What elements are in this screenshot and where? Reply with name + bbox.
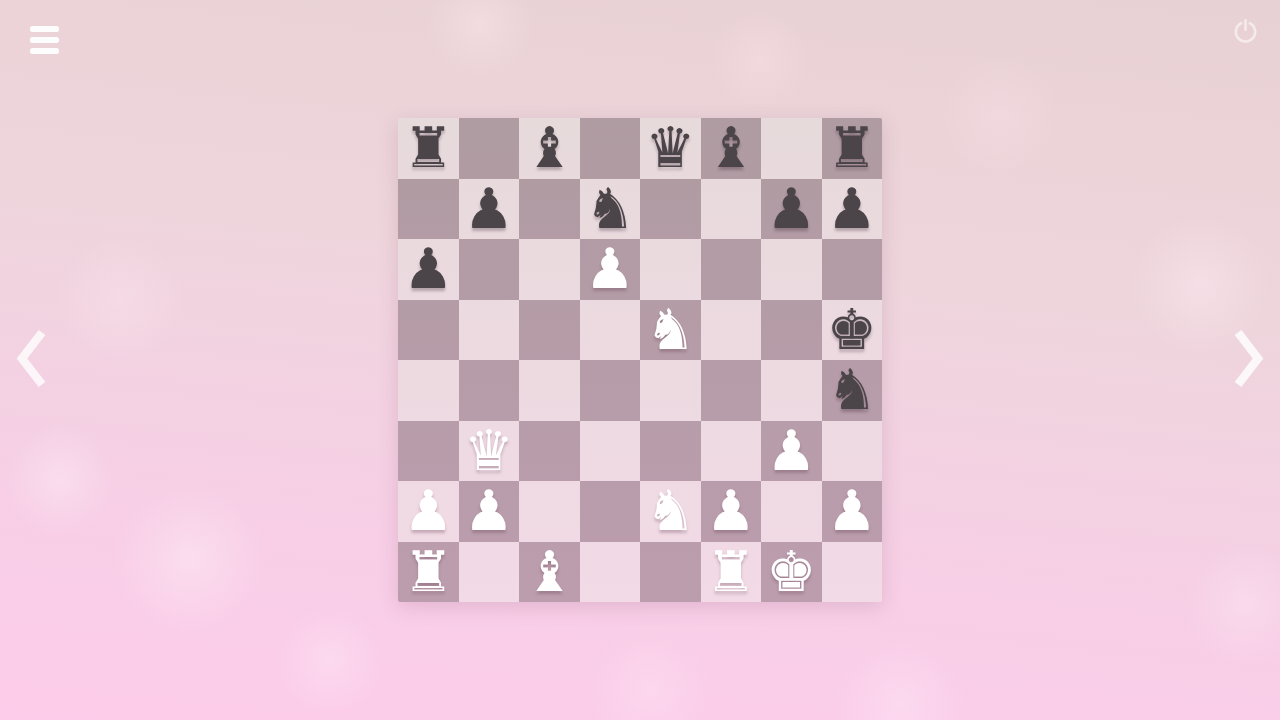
- hamburger-menu-icon: [30, 37, 59, 43]
- piece-white-pawn: ♟: [403, 483, 453, 539]
- piece-black-bishop: ♝: [706, 120, 756, 176]
- menu-button[interactable]: [30, 26, 59, 54]
- hamburger-menu-icon: [30, 26, 59, 32]
- square-c7[interactable]: [519, 179, 580, 240]
- piece-black-knight: ♞: [585, 181, 635, 237]
- chevron-right-icon: [1231, 328, 1267, 390]
- square-a7[interactable]: [398, 179, 459, 240]
- square-b1[interactable]: [459, 542, 520, 603]
- square-d6[interactable]: ♟: [580, 239, 641, 300]
- square-d5[interactable]: [580, 300, 641, 361]
- square-h7[interactable]: ♟: [822, 179, 883, 240]
- piece-black-rook: ♜: [827, 120, 877, 176]
- square-b4[interactable]: [459, 360, 520, 421]
- piece-white-pawn: ♟: [827, 483, 877, 539]
- square-a5[interactable]: [398, 300, 459, 361]
- square-d7[interactable]: ♞: [580, 179, 641, 240]
- square-b7[interactable]: ♟: [459, 179, 520, 240]
- chevron-left-icon: [13, 328, 49, 390]
- square-h6[interactable]: [822, 239, 883, 300]
- square-c3[interactable]: [519, 421, 580, 482]
- square-f7[interactable]: [701, 179, 762, 240]
- square-d2[interactable]: [580, 481, 641, 542]
- square-h5[interactable]: ♚: [822, 300, 883, 361]
- piece-black-queen: ♛: [645, 120, 695, 176]
- square-b6[interactable]: [459, 239, 520, 300]
- square-g3[interactable]: ♟: [761, 421, 822, 482]
- square-b5[interactable]: [459, 300, 520, 361]
- piece-white-pawn: ♟: [585, 241, 635, 297]
- square-c8[interactable]: ♝: [519, 118, 580, 179]
- square-f1[interactable]: ♜: [701, 542, 762, 603]
- piece-white-bishop: ♝: [524, 544, 574, 600]
- square-f4[interactable]: [701, 360, 762, 421]
- prev-puzzle-button[interactable]: [13, 328, 49, 393]
- piece-black-rook: ♜: [403, 120, 453, 176]
- square-h4[interactable]: ♞: [822, 360, 883, 421]
- square-h8[interactable]: ♜: [822, 118, 883, 179]
- square-a6[interactable]: ♟: [398, 239, 459, 300]
- piece-white-knight: ♞: [645, 302, 695, 358]
- square-c1[interactable]: ♝: [519, 542, 580, 603]
- square-g4[interactable]: [761, 360, 822, 421]
- square-c2[interactable]: [519, 481, 580, 542]
- piece-white-king: ♚: [766, 544, 816, 600]
- power-icon: [1232, 18, 1259, 45]
- square-d8[interactable]: [580, 118, 641, 179]
- hamburger-menu-icon: [30, 48, 59, 54]
- piece-black-pawn: ♟: [464, 181, 514, 237]
- square-e5[interactable]: ♞: [640, 300, 701, 361]
- square-g5[interactable]: [761, 300, 822, 361]
- square-b2[interactable]: ♟: [459, 481, 520, 542]
- piece-black-pawn: ♟: [766, 181, 816, 237]
- square-c6[interactable]: [519, 239, 580, 300]
- square-a4[interactable]: [398, 360, 459, 421]
- piece-white-pawn: ♟: [464, 483, 514, 539]
- piece-white-knight: ♞: [645, 483, 695, 539]
- chess-board: ♜♝♛♝♜♟♞♟♟♟♟♞♚♞♛♟♟♟♞♟♟♜♝♜♚: [398, 118, 882, 602]
- square-f5[interactable]: [701, 300, 762, 361]
- piece-white-queen: ♛: [464, 423, 514, 479]
- square-b3[interactable]: ♛: [459, 421, 520, 482]
- square-e8[interactable]: ♛: [640, 118, 701, 179]
- square-c4[interactable]: [519, 360, 580, 421]
- square-d3[interactable]: [580, 421, 641, 482]
- square-g6[interactable]: [761, 239, 822, 300]
- piece-white-rook: ♜: [706, 544, 756, 600]
- app-background: ♜♝♛♝♜♟♞♟♟♟♟♞♚♞♛♟♟♟♞♟♟♜♝♜♚: [0, 0, 1280, 720]
- square-b8[interactable]: [459, 118, 520, 179]
- square-a8[interactable]: ♜: [398, 118, 459, 179]
- square-d1[interactable]: [580, 542, 641, 603]
- square-h3[interactable]: [822, 421, 883, 482]
- next-puzzle-button[interactable]: [1231, 328, 1267, 393]
- square-d4[interactable]: [580, 360, 641, 421]
- square-e7[interactable]: [640, 179, 701, 240]
- square-g2[interactable]: [761, 481, 822, 542]
- square-f6[interactable]: [701, 239, 762, 300]
- square-a3[interactable]: [398, 421, 459, 482]
- square-e6[interactable]: [640, 239, 701, 300]
- square-e2[interactable]: ♞: [640, 481, 701, 542]
- power-button[interactable]: [1232, 18, 1259, 45]
- square-h2[interactable]: ♟: [822, 481, 883, 542]
- square-c5[interactable]: [519, 300, 580, 361]
- square-f3[interactable]: [701, 421, 762, 482]
- square-f8[interactable]: ♝: [701, 118, 762, 179]
- piece-white-rook: ♜: [403, 544, 453, 600]
- piece-black-pawn: ♟: [403, 241, 453, 297]
- piece-white-pawn: ♟: [706, 483, 756, 539]
- square-a1[interactable]: ♜: [398, 542, 459, 603]
- square-g8[interactable]: [761, 118, 822, 179]
- piece-black-pawn: ♟: [827, 181, 877, 237]
- square-g7[interactable]: ♟: [761, 179, 822, 240]
- square-e1[interactable]: [640, 542, 701, 603]
- square-a2[interactable]: ♟: [398, 481, 459, 542]
- piece-black-king: ♚: [827, 302, 877, 358]
- piece-black-knight: ♞: [827, 362, 877, 418]
- square-f2[interactable]: ♟: [701, 481, 762, 542]
- square-e3[interactable]: [640, 421, 701, 482]
- square-h1[interactable]: [822, 542, 883, 603]
- square-e4[interactable]: [640, 360, 701, 421]
- piece-white-pawn: ♟: [766, 423, 816, 479]
- piece-black-bishop: ♝: [524, 120, 574, 176]
- square-g1[interactable]: ♚: [761, 542, 822, 603]
